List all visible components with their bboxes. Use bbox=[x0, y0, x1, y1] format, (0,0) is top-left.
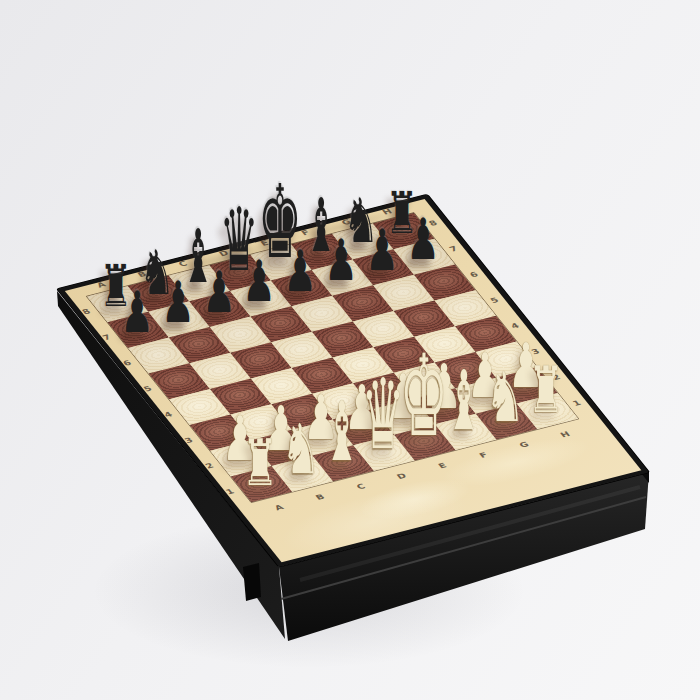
piece-black-pawn-f7[interactable]: ♟ bbox=[324, 231, 357, 288]
photo-background: AABBCCDDEEFFGGHH8877665544332211 ♜♞♝♛♚♝♞… bbox=[0, 0, 700, 700]
piece-white-knight-b1[interactable]: ♞ bbox=[281, 416, 321, 485]
piece-white-bishop-f1[interactable]: ♝ bbox=[446, 360, 482, 442]
piece-white-rook-h1[interactable]: ♜ bbox=[528, 358, 564, 422]
piece-black-pawn-g7[interactable]: ♟ bbox=[365, 221, 398, 278]
piece-white-queen-d1[interactable]: ♛ bbox=[361, 366, 404, 463]
piece-black-pawn-d7[interactable]: ♟ bbox=[243, 252, 276, 309]
box-latch-notch[interactable] bbox=[243, 563, 261, 601]
piece-black-pawn-b7[interactable]: ♟ bbox=[161, 273, 194, 330]
piece-white-bishop-c1[interactable]: ♝ bbox=[324, 392, 360, 474]
piece-black-pawn-e7[interactable]: ♟ bbox=[284, 242, 317, 299]
piece-white-king-e1[interactable]: ♚ bbox=[399, 340, 448, 453]
piece-black-pawn-c7[interactable]: ♟ bbox=[202, 263, 235, 320]
piece-white-rook-a1[interactable]: ♜ bbox=[242, 431, 278, 495]
piece-white-knight-g1[interactable]: ♞ bbox=[485, 364, 525, 433]
piece-black-pawn-a7[interactable]: ♟ bbox=[120, 283, 153, 340]
piece-black-pawn-h7[interactable]: ♟ bbox=[406, 210, 439, 267]
